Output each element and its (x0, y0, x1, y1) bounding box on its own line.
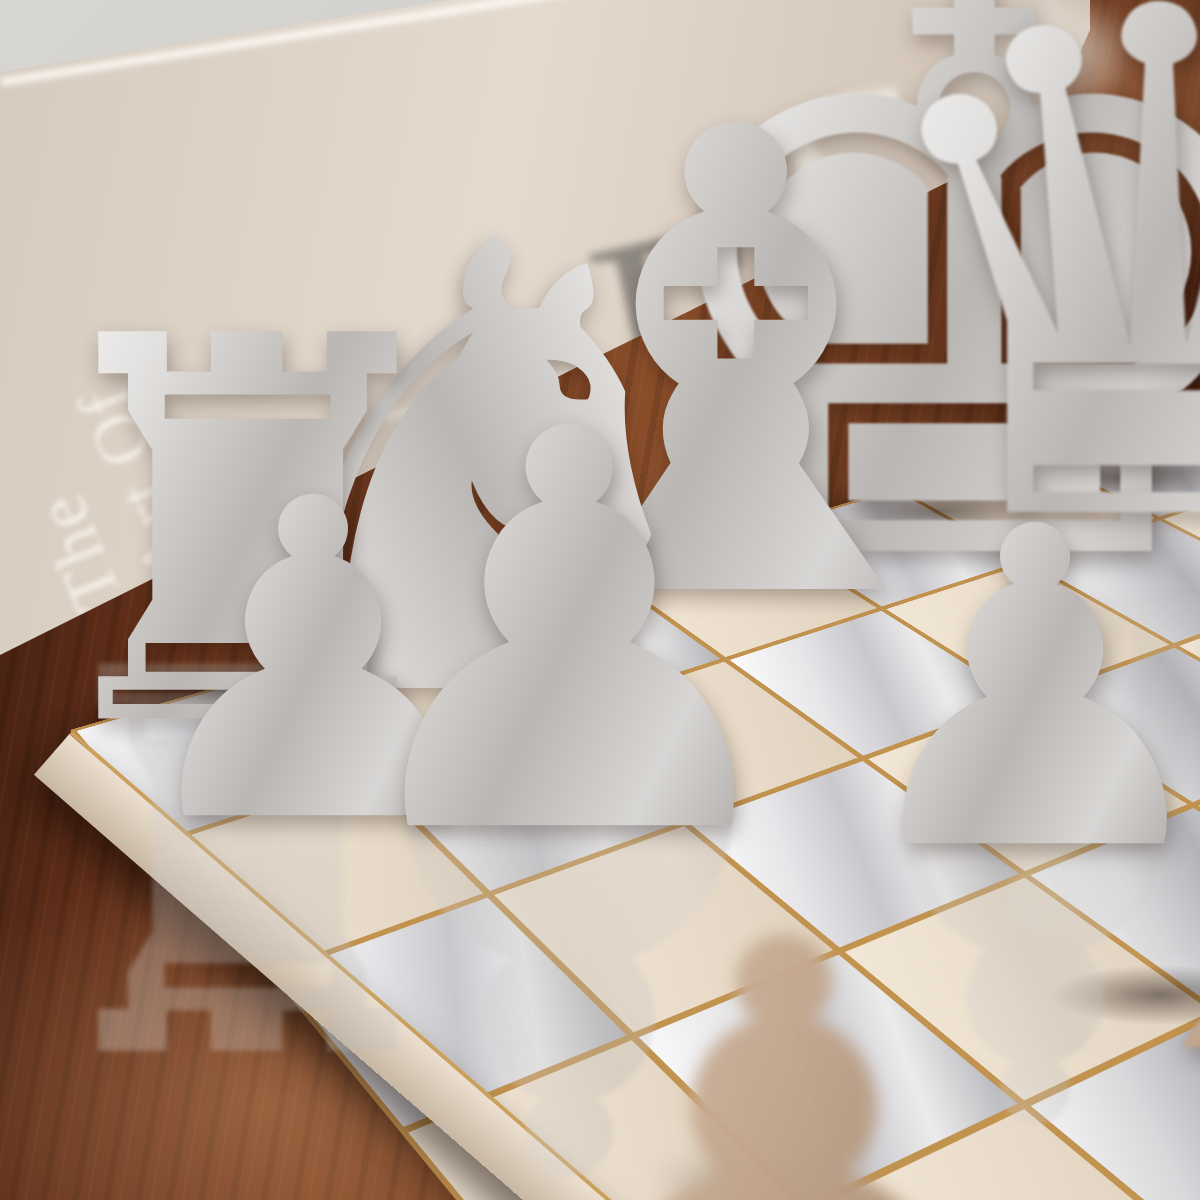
piece-wood-pawn-d4: ♟ (515, 865, 1053, 1200)
scene: The Art Of C H E S S ♜ ♟ ♟ ♛ ♚ ♛ ♝ ♞ ♜ ♟… (0, 0, 1200, 1200)
